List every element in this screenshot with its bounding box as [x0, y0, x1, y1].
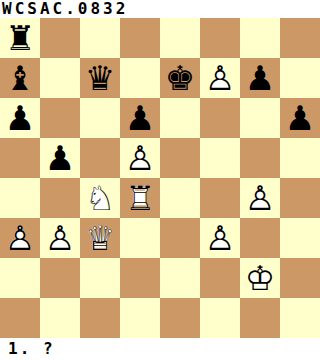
- square-c4[interactable]: ♞♘: [80, 178, 120, 218]
- square-c3[interactable]: ♛♕: [80, 218, 120, 258]
- square-b8[interactable]: [40, 18, 80, 58]
- piece-white-pawn-f7[interactable]: ♟♙: [200, 58, 240, 98]
- piece-white-king-g2[interactable]: ♚♔: [240, 258, 280, 298]
- square-b2[interactable]: [40, 258, 80, 298]
- square-g1[interactable]: [240, 298, 280, 338]
- square-e3[interactable]: [160, 218, 200, 258]
- piece-white-pawn-f3[interactable]: ♟♙: [200, 218, 240, 258]
- square-e8[interactable]: [160, 18, 200, 58]
- square-e6[interactable]: [160, 98, 200, 138]
- square-g7[interactable]: ♟: [240, 58, 280, 98]
- square-a1[interactable]: [0, 298, 40, 338]
- square-c1[interactable]: [80, 298, 120, 338]
- square-h6[interactable]: ♟: [280, 98, 320, 138]
- square-b1[interactable]: [40, 298, 80, 338]
- puzzle-title: WCSAC.0832: [0, 0, 320, 18]
- white-pawn-outline: ♙: [120, 138, 160, 178]
- square-a5[interactable]: [0, 138, 40, 178]
- piece-black-queen-c7[interactable]: ♛: [80, 58, 120, 98]
- white-queen-outline: ♕: [80, 218, 120, 258]
- piece-black-bishop-a7[interactable]: ♝: [0, 58, 40, 98]
- square-b6[interactable]: [40, 98, 80, 138]
- square-b5[interactable]: ♟: [40, 138, 80, 178]
- square-e4[interactable]: [160, 178, 200, 218]
- square-f3[interactable]: ♟♙: [200, 218, 240, 258]
- square-h5[interactable]: [280, 138, 320, 178]
- square-h3[interactable]: [280, 218, 320, 258]
- piece-white-pawn-d5[interactable]: ♟♙: [120, 138, 160, 178]
- piece-black-pawn-a6[interactable]: ♟: [0, 98, 40, 138]
- square-d5[interactable]: ♟♙: [120, 138, 160, 178]
- square-g2[interactable]: ♚♔: [240, 258, 280, 298]
- square-f6[interactable]: [200, 98, 240, 138]
- square-f7[interactable]: ♟♙: [200, 58, 240, 98]
- square-h8[interactable]: [280, 18, 320, 58]
- square-d3[interactable]: [120, 218, 160, 258]
- square-a7[interactable]: ♝: [0, 58, 40, 98]
- square-e5[interactable]: [160, 138, 200, 178]
- square-c7[interactable]: ♛: [80, 58, 120, 98]
- square-c8[interactable]: [80, 18, 120, 58]
- piece-white-pawn-b3[interactable]: ♟♙: [40, 218, 80, 258]
- square-g5[interactable]: [240, 138, 280, 178]
- square-b3[interactable]: ♟♙: [40, 218, 80, 258]
- white-rook-outline: ♖: [120, 178, 160, 218]
- piece-black-pawn-d6[interactable]: ♟: [120, 98, 160, 138]
- piece-black-pawn-g7[interactable]: ♟: [240, 58, 280, 98]
- square-e2[interactable]: [160, 258, 200, 298]
- piece-black-pawn-b5[interactable]: ♟: [40, 138, 80, 178]
- square-a8[interactable]: ♜: [0, 18, 40, 58]
- piece-white-pawn-g4[interactable]: ♟♙: [240, 178, 280, 218]
- square-g8[interactable]: [240, 18, 280, 58]
- piece-black-king-e7[interactable]: ♚: [160, 58, 200, 98]
- square-h2[interactable]: [280, 258, 320, 298]
- piece-black-pawn-h6[interactable]: ♟: [280, 98, 320, 138]
- square-d4[interactable]: ♜♖: [120, 178, 160, 218]
- square-a2[interactable]: [0, 258, 40, 298]
- piece-black-rook-a8[interactable]: ♜: [0, 18, 40, 58]
- square-e7[interactable]: ♚: [160, 58, 200, 98]
- square-d2[interactable]: [120, 258, 160, 298]
- square-g3[interactable]: [240, 218, 280, 258]
- white-king-outline: ♔: [240, 258, 280, 298]
- square-g4[interactable]: ♟♙: [240, 178, 280, 218]
- square-b4[interactable]: [40, 178, 80, 218]
- square-a4[interactable]: [0, 178, 40, 218]
- square-d6[interactable]: ♟: [120, 98, 160, 138]
- white-pawn-outline: ♙: [40, 218, 80, 258]
- white-knight-outline: ♘: [80, 178, 120, 218]
- square-c6[interactable]: [80, 98, 120, 138]
- square-d1[interactable]: [120, 298, 160, 338]
- square-e1[interactable]: [160, 298, 200, 338]
- square-f5[interactable]: [200, 138, 240, 178]
- square-c5[interactable]: [80, 138, 120, 178]
- square-a6[interactable]: ♟: [0, 98, 40, 138]
- square-g6[interactable]: [240, 98, 280, 138]
- white-pawn-outline: ♙: [0, 218, 40, 258]
- square-c2[interactable]: [80, 258, 120, 298]
- square-f2[interactable]: [200, 258, 240, 298]
- square-a3[interactable]: ♟♙: [0, 218, 40, 258]
- piece-white-rook-d4[interactable]: ♜♖: [120, 178, 160, 218]
- move-prompt: 1. ?: [0, 338, 320, 360]
- square-h7[interactable]: [280, 58, 320, 98]
- square-h4[interactable]: [280, 178, 320, 218]
- square-d8[interactable]: [120, 18, 160, 58]
- white-pawn-outline: ♙: [200, 58, 240, 98]
- square-d7[interactable]: [120, 58, 160, 98]
- piece-white-queen-c3[interactable]: ♛♕: [80, 218, 120, 258]
- square-f8[interactable]: [200, 18, 240, 58]
- chess-board: ♜♝♛♚♟♙♟♟♟♟♟♟♙♞♘♜♖♟♙♟♙♟♙♛♕♟♙♚♔: [0, 18, 320, 338]
- square-h1[interactable]: [280, 298, 320, 338]
- white-pawn-outline: ♙: [240, 178, 280, 218]
- square-f1[interactable]: [200, 298, 240, 338]
- white-pawn-outline: ♙: [200, 218, 240, 258]
- square-b7[interactable]: [40, 58, 80, 98]
- piece-white-knight-c4[interactable]: ♞♘: [80, 178, 120, 218]
- chess-puzzle-window: WCSAC.0832 ♜♝♛♚♟♙♟♟♟♟♟♟♙♞♘♜♖♟♙♟♙♟♙♛♕♟♙♚♔…: [0, 0, 320, 360]
- piece-white-pawn-a3[interactable]: ♟♙: [0, 218, 40, 258]
- square-f4[interactable]: [200, 178, 240, 218]
